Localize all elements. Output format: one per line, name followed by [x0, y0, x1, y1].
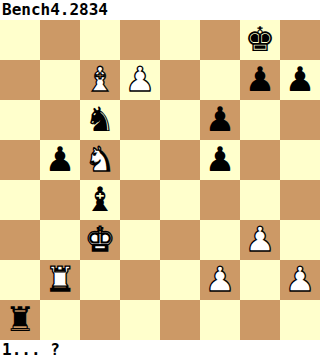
square-h1[interactable]: [280, 300, 320, 340]
square-b4[interactable]: [40, 180, 80, 220]
square-b1[interactable]: [40, 300, 80, 340]
square-d5[interactable]: [120, 140, 160, 180]
square-d2[interactable]: [120, 260, 160, 300]
square-b6[interactable]: [40, 100, 80, 140]
square-e8[interactable]: [160, 20, 200, 60]
square-h6[interactable]: [280, 100, 320, 140]
piece-black-bishop: ♝: [85, 182, 115, 216]
chess-board: ♚♝♟♟♟♞♟♟♞♟♝♚♟♜♟♟♜: [0, 20, 320, 340]
square-a5[interactable]: [0, 140, 40, 180]
piece-white-pawn: ♟: [125, 62, 155, 96]
square-a4[interactable]: [0, 180, 40, 220]
square-e7[interactable]: [160, 60, 200, 100]
square-a1[interactable]: ♜: [0, 300, 40, 340]
piece-black-pawn: ♟: [45, 142, 75, 176]
square-e6[interactable]: [160, 100, 200, 140]
square-f2[interactable]: ♟: [200, 260, 240, 300]
square-a6[interactable]: [0, 100, 40, 140]
square-b2[interactable]: ♜: [40, 260, 80, 300]
square-b8[interactable]: [40, 20, 80, 60]
square-a7[interactable]: [0, 60, 40, 100]
piece-white-bishop: ♝: [85, 62, 115, 96]
square-a3[interactable]: [0, 220, 40, 260]
square-f1[interactable]: [200, 300, 240, 340]
square-h5[interactable]: [280, 140, 320, 180]
square-c5[interactable]: ♞: [80, 140, 120, 180]
piece-white-pawn: ♟: [285, 262, 315, 296]
square-a8[interactable]: [0, 20, 40, 60]
square-f3[interactable]: [200, 220, 240, 260]
square-b3[interactable]: [40, 220, 80, 260]
square-e4[interactable]: [160, 180, 200, 220]
square-c4[interactable]: ♝: [80, 180, 120, 220]
square-h3[interactable]: [280, 220, 320, 260]
square-d1[interactable]: [120, 300, 160, 340]
move-prompt: 1... ?: [0, 340, 320, 360]
square-d7[interactable]: ♟: [120, 60, 160, 100]
piece-white-king: ♚: [85, 222, 115, 256]
square-c8[interactable]: [80, 20, 120, 60]
piece-black-pawn: ♟: [205, 142, 235, 176]
square-e1[interactable]: [160, 300, 200, 340]
square-d3[interactable]: [120, 220, 160, 260]
piece-black-rook: ♜: [5, 302, 35, 336]
square-h8[interactable]: [280, 20, 320, 60]
square-f6[interactable]: ♟: [200, 100, 240, 140]
square-h7[interactable]: ♟: [280, 60, 320, 100]
square-g3[interactable]: ♟: [240, 220, 280, 260]
square-g7[interactable]: ♟: [240, 60, 280, 100]
square-b7[interactable]: [40, 60, 80, 100]
piece-white-pawn: ♟: [205, 262, 235, 296]
square-d8[interactable]: [120, 20, 160, 60]
piece-black-pawn: ♟: [245, 62, 275, 96]
square-g6[interactable]: [240, 100, 280, 140]
square-f5[interactable]: ♟: [200, 140, 240, 180]
square-c1[interactable]: [80, 300, 120, 340]
square-c6[interactable]: ♞: [80, 100, 120, 140]
piece-white-pawn: ♟: [245, 222, 275, 256]
piece-black-pawn: ♟: [285, 62, 315, 96]
square-e2[interactable]: [160, 260, 200, 300]
square-e5[interactable]: [160, 140, 200, 180]
square-d6[interactable]: [120, 100, 160, 140]
square-g5[interactable]: [240, 140, 280, 180]
piece-white-rook: ♜: [45, 262, 75, 296]
square-h2[interactable]: ♟: [280, 260, 320, 300]
square-c3[interactable]: ♚: [80, 220, 120, 260]
square-c7[interactable]: ♝: [80, 60, 120, 100]
square-b5[interactable]: ♟: [40, 140, 80, 180]
square-e3[interactable]: [160, 220, 200, 260]
piece-black-pawn: ♟: [205, 102, 235, 136]
piece-black-king: ♚: [245, 22, 275, 56]
square-f4[interactable]: [200, 180, 240, 220]
square-g2[interactable]: [240, 260, 280, 300]
square-g1[interactable]: [240, 300, 280, 340]
square-f7[interactable]: [200, 60, 240, 100]
window-title: Bench4.2834: [0, 0, 320, 20]
square-a2[interactable]: [0, 260, 40, 300]
square-g8[interactable]: ♚: [240, 20, 280, 60]
square-d4[interactable]: [120, 180, 160, 220]
square-h4[interactable]: [280, 180, 320, 220]
piece-white-knight: ♞: [85, 142, 115, 176]
piece-black-knight: ♞: [85, 102, 115, 136]
square-c2[interactable]: [80, 260, 120, 300]
square-f8[interactable]: [200, 20, 240, 60]
square-g4[interactable]: [240, 180, 280, 220]
